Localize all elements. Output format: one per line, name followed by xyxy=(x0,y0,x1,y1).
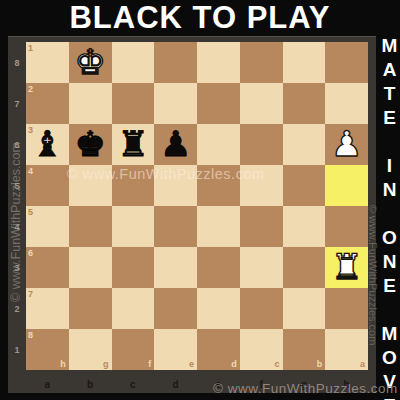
square[interactable] xyxy=(325,42,368,83)
outer-file-label: h xyxy=(325,376,368,393)
square[interactable] xyxy=(283,83,326,124)
inner-rank-label: 2 xyxy=(28,85,33,94)
inner-rank-label: 8 xyxy=(28,331,33,340)
outer-rank-label: 5 xyxy=(8,165,26,206)
outer-rank-label: 8 xyxy=(8,42,26,83)
square[interactable] xyxy=(240,42,283,83)
outer-file-label: b xyxy=(69,376,112,393)
square[interactable]: ♜ xyxy=(112,124,155,165)
square[interactable] xyxy=(112,206,155,247)
square[interactable]: ♟ xyxy=(154,124,197,165)
square[interactable] xyxy=(197,165,240,206)
square[interactable]: 8h xyxy=(26,329,69,370)
square[interactable]: ♚ xyxy=(69,42,112,83)
square[interactable] xyxy=(197,206,240,247)
outer-file-label: f xyxy=(240,376,283,393)
inner-rank-label: 7 xyxy=(28,290,33,299)
square[interactable] xyxy=(69,83,112,124)
outer-rank-label: 6 xyxy=(8,124,26,165)
square[interactable] xyxy=(197,288,240,329)
square[interactable] xyxy=(197,42,240,83)
square[interactable] xyxy=(154,247,197,288)
side-banner: MATE IN ONE MOVE xyxy=(376,36,400,400)
square[interactable] xyxy=(240,288,283,329)
square[interactable] xyxy=(69,288,112,329)
inner-file-label: h xyxy=(60,360,66,369)
square[interactable] xyxy=(112,247,155,288)
square[interactable] xyxy=(240,83,283,124)
square[interactable] xyxy=(325,83,368,124)
inner-file-label: a xyxy=(360,360,365,369)
white-rook[interactable]: ♜ xyxy=(331,250,362,285)
inner-rank-label: 1 xyxy=(28,44,33,53)
black-pawn[interactable]: ♟ xyxy=(160,127,191,162)
square[interactable]: d xyxy=(197,329,240,370)
square[interactable] xyxy=(69,165,112,206)
inner-file-label: f xyxy=(148,360,151,369)
square[interactable] xyxy=(69,247,112,288)
inner-file-label: e xyxy=(189,360,194,369)
square[interactable]: f xyxy=(112,329,155,370)
square[interactable] xyxy=(283,206,326,247)
square[interactable] xyxy=(283,42,326,83)
black-bishop[interactable]: ♝ xyxy=(32,127,63,162)
outer-file-label: a xyxy=(26,376,69,393)
inner-rank-label: 5 xyxy=(28,208,33,217)
white-king[interactable]: ♚ xyxy=(74,45,105,80)
square[interactable]: e xyxy=(154,329,197,370)
inner-rank-label: 4 xyxy=(28,167,33,176)
white-pawn[interactable]: ♟ xyxy=(331,127,362,162)
square[interactable] xyxy=(197,83,240,124)
outer-rank-label: 7 xyxy=(8,83,26,124)
square[interactable] xyxy=(240,206,283,247)
outer-rank-label: 2 xyxy=(8,288,26,329)
square[interactable] xyxy=(154,83,197,124)
square[interactable] xyxy=(240,247,283,288)
square[interactable]: b xyxy=(283,329,326,370)
inner-file-label: d xyxy=(231,360,237,369)
square[interactable] xyxy=(325,206,368,247)
square[interactable] xyxy=(283,247,326,288)
square[interactable]: 4 xyxy=(26,165,69,206)
outer-rank-label: 4 xyxy=(8,206,26,247)
square[interactable]: ♚ xyxy=(69,124,112,165)
square[interactable]: 7 xyxy=(26,288,69,329)
square[interactable] xyxy=(325,165,368,206)
square[interactable] xyxy=(112,42,155,83)
square[interactable] xyxy=(240,165,283,206)
square[interactable]: 6 xyxy=(26,247,69,288)
square[interactable] xyxy=(325,288,368,329)
square[interactable] xyxy=(154,288,197,329)
square[interactable] xyxy=(154,165,197,206)
square[interactable]: a xyxy=(325,329,368,370)
square[interactable] xyxy=(240,124,283,165)
puzzle-screenshot: BLACK TO PLAY 1♚23♝♚♜♟♟456♜78hgfedcba 87… xyxy=(0,0,400,400)
square[interactable] xyxy=(112,83,155,124)
square[interactable] xyxy=(283,165,326,206)
square[interactable]: 1 xyxy=(26,42,69,83)
inner-rank-label: 6 xyxy=(28,249,33,258)
square[interactable] xyxy=(197,247,240,288)
square[interactable] xyxy=(283,288,326,329)
black-king[interactable]: ♚ xyxy=(74,127,105,162)
outer-file-coordinates: abcdefgh xyxy=(26,376,368,393)
square[interactable] xyxy=(154,42,197,83)
outer-file-label: e xyxy=(197,376,240,393)
square[interactable] xyxy=(69,206,112,247)
inner-file-label: g xyxy=(103,360,109,369)
square[interactable]: c xyxy=(240,329,283,370)
title-banner: BLACK TO PLAY xyxy=(0,0,400,36)
square[interactable] xyxy=(154,206,197,247)
square[interactable] xyxy=(112,165,155,206)
square[interactable] xyxy=(112,288,155,329)
outer-file-label: c xyxy=(112,376,155,393)
inner-file-label: b xyxy=(317,360,323,369)
outer-rank-coordinates: 87654321 xyxy=(8,42,26,370)
inner-file-label: c xyxy=(274,360,279,369)
side-banner-text: MATE IN ONE MOVE xyxy=(378,35,400,400)
square[interactable]: ♟ xyxy=(325,124,368,165)
board: 1♚23♝♚♜♟♟456♜78hgfedcba xyxy=(26,42,368,370)
square[interactable]: g xyxy=(69,329,112,370)
square[interactable]: 2 xyxy=(26,83,69,124)
outer-rank-label: 1 xyxy=(8,329,26,370)
outer-file-label: d xyxy=(154,376,197,393)
outer-file-label: g xyxy=(283,376,326,393)
square[interactable]: 5 xyxy=(26,206,69,247)
square[interactable]: 3♝ xyxy=(26,124,69,165)
square[interactable] xyxy=(197,124,240,165)
square[interactable] xyxy=(283,124,326,165)
black-rook[interactable]: ♜ xyxy=(117,127,148,162)
outer-rank-label: 3 xyxy=(8,247,26,288)
square[interactable]: ♜ xyxy=(325,247,368,288)
